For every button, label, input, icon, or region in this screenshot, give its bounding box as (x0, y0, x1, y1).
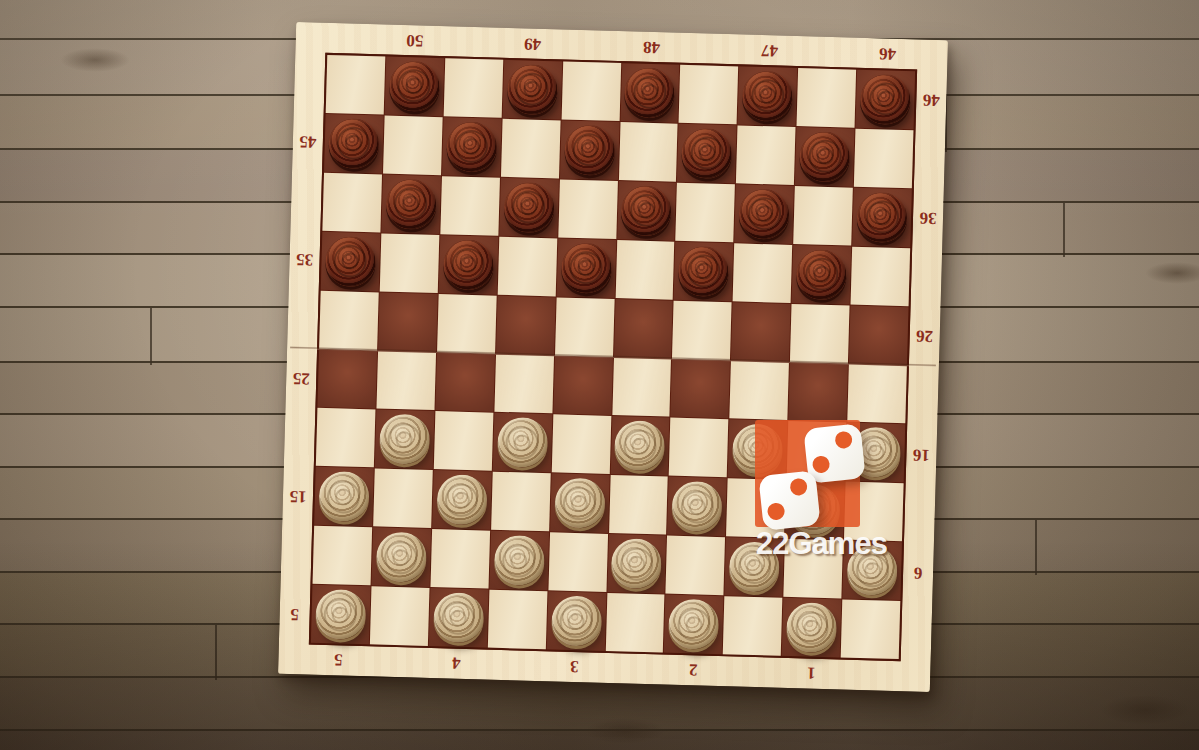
square-46[interactable] (856, 70, 916, 129)
coordinate-label-5: 5 (334, 649, 343, 669)
light-square (497, 236, 557, 296)
light-square (609, 475, 668, 534)
light-square (797, 68, 857, 127)
square-26[interactable] (849, 305, 909, 365)
square-41[interactable] (795, 127, 855, 187)
dark-man-square-42[interactable] (681, 128, 732, 179)
draughts-board: 504948474654321453525155463626166 (278, 22, 948, 692)
light-man-square-10[interactable] (375, 532, 426, 583)
square-36[interactable] (852, 187, 912, 246)
square-10[interactable] (371, 528, 431, 588)
light-square (376, 351, 436, 410)
coordinate-label-26: 26 (916, 326, 934, 346)
light-square (854, 129, 914, 189)
coordinate-label-49: 49 (524, 33, 542, 53)
dice-icon (758, 470, 820, 531)
square-14[interactable] (432, 470, 491, 529)
square-43[interactable] (560, 120, 620, 180)
dark-man-square-45[interactable] (328, 118, 379, 169)
light-square (548, 532, 608, 592)
light-square (605, 593, 664, 653)
light-square (555, 297, 615, 357)
light-square (730, 361, 789, 420)
square-39[interactable] (499, 178, 559, 237)
wood-knot (1100, 695, 1190, 725)
square-37[interactable] (735, 184, 794, 243)
dark-man-square-43[interactable] (564, 124, 615, 175)
light-square (443, 58, 502, 117)
light-square (615, 240, 674, 300)
light-square (380, 233, 440, 293)
dark-man-square-48[interactable] (624, 67, 675, 118)
light-square (551, 415, 611, 475)
light-square (558, 179, 618, 238)
light-man-square-12[interactable] (672, 481, 723, 532)
dice-icon (803, 423, 865, 484)
light-man-square-20[interactable] (379, 414, 430, 465)
dark-man-square-37[interactable] (739, 188, 790, 239)
square-48[interactable] (620, 63, 679, 122)
die-pip (789, 477, 808, 496)
square-8[interactable] (607, 534, 666, 594)
light-square (669, 418, 729, 478)
light-man-square-15[interactable] (318, 471, 369, 522)
coordinate-label-35: 35 (296, 249, 314, 269)
square-44[interactable] (442, 117, 501, 177)
light-square (370, 586, 430, 646)
light-square (491, 472, 551, 531)
square-38[interactable] (617, 181, 676, 240)
light-man-square-5[interactable] (315, 589, 366, 640)
plank-joint (1035, 520, 1037, 575)
dark-man-square-39[interactable] (503, 182, 554, 233)
light-man-square-4[interactable] (433, 592, 484, 643)
coordinate-label-25: 25 (293, 368, 311, 388)
square-50[interactable] (385, 57, 445, 116)
dark-man-square-31[interactable] (796, 249, 847, 300)
light-square (679, 65, 739, 124)
square-21[interactable] (788, 362, 848, 421)
light-square (676, 183, 736, 242)
light-square (383, 115, 443, 175)
square-9[interactable] (489, 531, 549, 591)
light-square (434, 411, 493, 471)
square-35[interactable] (321, 232, 380, 292)
coordinate-label-6: 6 (914, 563, 923, 583)
square-29[interactable] (496, 295, 556, 355)
light-square (793, 186, 853, 245)
dark-man-square-50[interactable] (389, 61, 440, 112)
square-19[interactable] (492, 413, 552, 473)
coordinate-label-46: 46 (923, 89, 941, 109)
dark-man-square-35[interactable] (325, 236, 376, 287)
square-45[interactable] (324, 114, 383, 174)
dark-man-square-33[interactable] (560, 242, 611, 293)
square-2[interactable] (664, 595, 724, 655)
dark-man-square-40[interactable] (385, 178, 436, 229)
22games-watermark: 22Games (753, 416, 903, 566)
coordinate-label-4: 4 (452, 653, 461, 673)
coordinate-label-45: 45 (299, 131, 317, 151)
square-25[interactable] (317, 349, 376, 408)
dark-man-square-44[interactable] (446, 121, 497, 172)
square-23[interactable] (553, 356, 613, 415)
light-square (373, 469, 433, 528)
light-man-square-19[interactable] (497, 417, 548, 468)
light-square (561, 61, 621, 120)
light-square (440, 176, 499, 235)
square-30[interactable] (378, 292, 438, 352)
coordinate-label-46: 46 (879, 43, 897, 63)
plank-joint (215, 625, 217, 680)
coordinate-label-48: 48 (642, 37, 660, 57)
light-square (841, 600, 901, 660)
coordinate-label-3: 3 (570, 656, 579, 676)
coordinate-label-2: 2 (689, 659, 698, 679)
square-13[interactable] (550, 474, 610, 533)
light-square (488, 590, 548, 650)
square-1[interactable] (782, 598, 842, 658)
light-square (618, 122, 677, 182)
light-square (430, 529, 489, 589)
die-pip (812, 455, 831, 474)
light-square (733, 243, 792, 303)
coordinate-label-5: 5 (290, 604, 299, 624)
square-42[interactable] (677, 124, 737, 184)
light-man-square-14[interactable] (436, 474, 487, 525)
square-33[interactable] (556, 238, 616, 298)
square-20[interactable] (375, 410, 435, 470)
square-40[interactable] (381, 174, 441, 233)
light-square (723, 596, 782, 656)
light-man-square-2[interactable] (668, 599, 719, 650)
square-27[interactable] (731, 302, 790, 362)
light-square (847, 364, 907, 423)
square-28[interactable] (614, 299, 673, 359)
light-square (501, 119, 561, 179)
square-24[interactable] (435, 353, 494, 412)
dark-man-square-49[interactable] (506, 64, 557, 115)
watermark-text: 22Games (756, 526, 896, 562)
dark-man-square-41[interactable] (799, 131, 850, 182)
square-4[interactable] (429, 588, 488, 648)
square-47[interactable] (738, 66, 797, 125)
coordinate-label-36: 36 (919, 208, 937, 228)
square-3[interactable] (546, 591, 606, 651)
dark-man-square-34[interactable] (443, 239, 494, 290)
photo-scene: 504948474654321453525155463626166 22Game… (0, 0, 1199, 750)
dark-man-square-47[interactable] (742, 70, 793, 121)
dark-man-square-32[interactable] (678, 245, 729, 296)
light-square (666, 536, 726, 596)
square-5[interactable] (311, 585, 370, 645)
plank-joint (1063, 203, 1065, 257)
plank-joint (150, 308, 152, 365)
light-square (851, 246, 911, 306)
coordinate-label-15: 15 (289, 486, 307, 506)
light-man-square-1[interactable] (786, 602, 837, 653)
light-square (316, 408, 375, 468)
dark-man-square-46[interactable] (860, 74, 911, 125)
square-32[interactable] (674, 241, 734, 301)
dark-man-square-38[interactable] (621, 185, 672, 236)
square-49[interactable] (502, 60, 562, 119)
light-square (313, 526, 372, 586)
square-15[interactable] (314, 467, 373, 526)
light-square (322, 173, 381, 232)
light-man-square-18[interactable] (614, 420, 665, 471)
light-square (790, 304, 850, 364)
square-22[interactable] (671, 359, 731, 418)
light-square (494, 354, 554, 413)
dark-man-square-36[interactable] (856, 192, 907, 243)
light-man-square-3[interactable] (550, 595, 601, 646)
wood-knot (60, 48, 130, 72)
light-man-square-9[interactable] (493, 535, 544, 586)
square-31[interactable] (792, 245, 852, 305)
wood-knot (585, 718, 665, 744)
light-square (736, 125, 795, 185)
light-square (319, 290, 378, 350)
square-12[interactable] (667, 477, 727, 536)
light-square (672, 300, 732, 360)
light-man-square-13[interactable] (554, 478, 605, 529)
coordinate-label-1: 1 (807, 663, 816, 683)
square-34[interactable] (439, 235, 498, 295)
light-man-square-8[interactable] (611, 538, 662, 589)
light-square (326, 55, 385, 114)
light-square (612, 358, 671, 417)
coordinate-label-50: 50 (406, 30, 424, 50)
light-square (437, 294, 496, 354)
coordinate-label-16: 16 (913, 444, 931, 464)
die-pip (767, 502, 786, 521)
square-18[interactable] (610, 416, 669, 476)
coordinate-label-47: 47 (761, 40, 779, 60)
die-pip (834, 430, 853, 449)
